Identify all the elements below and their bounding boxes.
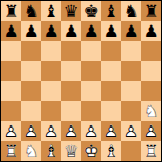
square-h8[interactable]: ♜ [141,1,161,21]
square-g3[interactable] [121,101,141,121]
square-e1[interactable]: ♚♔ [81,141,101,161]
piece-outline: ♙ [81,121,101,141]
square-f8[interactable]: ♝ [101,1,121,21]
square-a6[interactable] [1,41,21,61]
white-pawn[interactable]: ♟♙ [141,121,161,141]
square-f7[interactable]: ♟ [101,21,121,41]
piece-outline: ♗ [101,141,121,161]
white-pawn[interactable]: ♟♙ [81,121,101,141]
square-h4[interactable] [141,81,161,101]
piece-outline: ♖ [1,141,21,161]
square-b3[interactable] [21,101,41,121]
square-g7[interactable]: ♟ [121,21,141,41]
piece-outline: ♔ [81,141,101,161]
black-pawn[interactable]: ♟ [81,21,101,41]
white-rook[interactable]: ♜♖ [1,141,21,161]
square-d1[interactable]: ♛♕ [61,141,81,161]
piece-outline: ♖ [141,141,161,161]
square-f3[interactable] [101,101,121,121]
square-f4[interactable] [101,81,121,101]
square-d3[interactable] [61,101,81,121]
square-a1[interactable]: ♜♖ [1,141,21,161]
square-d8[interactable]: ♛ [61,1,81,21]
black-knight[interactable]: ♞ [21,1,41,21]
black-bishop[interactable]: ♝ [101,1,121,21]
square-e2[interactable]: ♟♙ [81,121,101,141]
square-f6[interactable] [101,41,121,61]
square-d7[interactable]: ♟ [61,21,81,41]
square-b4[interactable] [21,81,41,101]
black-pawn[interactable]: ♟ [101,21,121,41]
piece-outline: ♙ [41,121,61,141]
piece-outline: ♕ [61,141,81,161]
square-b8[interactable]: ♞ [21,1,41,21]
square-e7[interactable]: ♟ [81,21,101,41]
square-c4[interactable] [41,81,61,101]
piece-outline: ♙ [1,121,21,141]
white-king[interactable]: ♚♔ [81,141,101,161]
square-b5[interactable] [21,61,41,81]
white-pawn[interactable]: ♟♙ [1,121,21,141]
black-knight[interactable]: ♞ [121,1,141,21]
square-g2[interactable]: ♟♙ [121,121,141,141]
square-e8[interactable]: ♚ [81,1,101,21]
square-h1[interactable]: ♜♖ [141,141,161,161]
square-a7[interactable]: ♟ [1,21,21,41]
square-g6[interactable] [121,41,141,61]
piece-outline: ♘ [141,101,161,121]
chess-board: ♜♞♝♛♚♝♞♜♟♟♟♟♟♟♟♟♞♘♟♙♟♙♟♙♟♙♟♙♟♙♟♙♟♙♜♖♞♘♝♗… [0,0,162,162]
chess-app: ♜♞♝♛♚♝♞♜♟♟♟♟♟♟♟♟♞♘♟♙♟♙♟♙♟♙♟♙♟♙♟♙♟♙♜♖♞♘♝♗… [0,0,162,162]
black-bishop[interactable]: ♝ [41,1,61,21]
square-g4[interactable] [121,81,141,101]
white-pawn[interactable]: ♟♙ [61,121,81,141]
square-g5[interactable] [121,61,141,81]
square-a2[interactable]: ♟♙ [1,121,21,141]
piece-outline: ♙ [141,121,161,141]
square-b6[interactable] [21,41,41,61]
square-c3[interactable] [41,101,61,121]
black-pawn[interactable]: ♟ [61,21,81,41]
square-a3[interactable] [1,101,21,121]
piece-outline: ♙ [21,121,41,141]
square-h3[interactable]: ♞♘ [141,101,161,121]
black-pawn[interactable]: ♟ [141,21,161,41]
square-b1[interactable]: ♞♘ [21,141,41,161]
square-c7[interactable]: ♟ [41,21,61,41]
square-c1[interactable]: ♝♗ [41,141,61,161]
square-e4[interactable] [81,81,101,101]
square-d5[interactable] [61,61,81,81]
white-bishop[interactable]: ♝♗ [41,141,61,161]
black-king[interactable]: ♚ [81,1,101,21]
white-rook[interactable]: ♜♖ [141,141,161,161]
white-queen[interactable]: ♛♕ [61,141,81,161]
square-c5[interactable] [41,61,61,81]
square-a5[interactable] [1,61,21,81]
square-d4[interactable] [61,81,81,101]
square-d6[interactable] [61,41,81,61]
black-pawn[interactable]: ♟ [1,21,21,41]
square-a4[interactable] [1,81,21,101]
square-h6[interactable] [141,41,161,61]
white-bishop[interactable]: ♝♗ [101,141,121,161]
black-rook[interactable]: ♜ [141,1,161,21]
black-pawn[interactable]: ♟ [41,21,61,41]
piece-outline: ♗ [41,141,61,161]
piece-outline: ♘ [21,141,41,161]
square-c2[interactable]: ♟♙ [41,121,61,141]
square-d2[interactable]: ♟♙ [61,121,81,141]
white-pawn[interactable]: ♟♙ [101,121,121,141]
piece-outline: ♙ [101,121,121,141]
black-rook[interactable]: ♜ [1,1,21,21]
square-g1[interactable] [121,141,141,161]
square-f5[interactable] [101,61,121,81]
square-a8[interactable]: ♜ [1,1,21,21]
white-knight[interactable]: ♞♘ [21,141,41,161]
black-pawn[interactable]: ♟ [21,21,41,41]
black-pawn[interactable]: ♟ [121,21,141,41]
square-c8[interactable]: ♝ [41,1,61,21]
square-f2[interactable]: ♟♙ [101,121,121,141]
piece-outline: ♙ [121,121,141,141]
square-g8[interactable]: ♞ [121,1,141,21]
black-queen[interactable]: ♛ [61,1,81,21]
square-b2[interactable]: ♟♙ [21,121,41,141]
piece-outline: ♙ [61,121,81,141]
white-pawn[interactable]: ♟♙ [21,121,41,141]
square-h5[interactable] [141,61,161,81]
white-pawn[interactable]: ♟♙ [121,121,141,141]
white-knight[interactable]: ♞♘ [141,101,161,121]
white-pawn[interactable]: ♟♙ [41,121,61,141]
square-h7[interactable]: ♟ [141,21,161,41]
square-b7[interactable]: ♟ [21,21,41,41]
square-h2[interactable]: ♟♙ [141,121,161,141]
square-c6[interactable] [41,41,61,61]
square-e6[interactable] [81,41,101,61]
square-f1[interactable]: ♝♗ [101,141,121,161]
square-e5[interactable] [81,61,101,81]
square-e3[interactable] [81,101,101,121]
